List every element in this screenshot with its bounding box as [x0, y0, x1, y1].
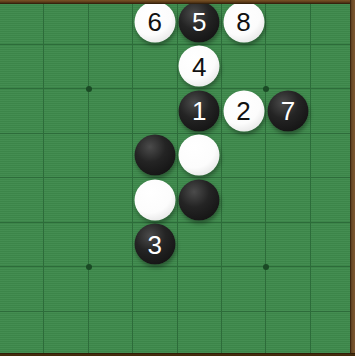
star-point	[86, 86, 92, 92]
disc-white-move-4: 4	[179, 46, 220, 87]
cell-b1[interactable]	[44, 0, 88, 45]
cell-b7[interactable]	[44, 267, 88, 312]
board-frame-top	[0, 0, 355, 4]
cell-f3[interactable]: 2	[222, 89, 266, 134]
cell-f8[interactable]	[222, 312, 266, 356]
cell-a4[interactable]	[0, 134, 44, 179]
cell-g3[interactable]: 7	[266, 89, 310, 134]
othello-board: 65841273	[0, 0, 355, 356]
cell-b4[interactable]	[44, 134, 88, 179]
cell-f2[interactable]	[222, 45, 266, 90]
cell-g7[interactable]	[266, 267, 310, 312]
cell-a5[interactable]	[0, 178, 44, 223]
disc-black-move-1: 1	[179, 90, 220, 131]
cell-d5[interactable]	[133, 178, 177, 223]
cell-g8[interactable]	[266, 312, 310, 356]
cell-g5[interactable]	[266, 178, 310, 223]
cell-a8[interactable]	[0, 312, 44, 356]
cell-b3[interactable]	[44, 89, 88, 134]
cell-b8[interactable]	[44, 312, 88, 356]
disc-black	[179, 179, 220, 220]
cell-f1[interactable]: 8	[222, 0, 266, 45]
cell-d8[interactable]	[133, 312, 177, 356]
cell-f6[interactable]	[222, 223, 266, 268]
cell-e8[interactable]	[178, 312, 222, 356]
cell-h4[interactable]	[311, 134, 355, 179]
star-point	[263, 264, 269, 270]
cell-h2[interactable]	[311, 45, 355, 90]
cell-c6[interactable]	[89, 223, 133, 268]
cell-g6[interactable]	[266, 223, 310, 268]
cell-e7[interactable]	[178, 267, 222, 312]
cell-e2[interactable]: 4	[178, 45, 222, 90]
cell-a6[interactable]	[0, 223, 44, 268]
cell-h8[interactable]	[311, 312, 355, 356]
cell-e3[interactable]: 1	[178, 89, 222, 134]
cell-c3[interactable]	[89, 89, 133, 134]
cell-a3[interactable]	[0, 89, 44, 134]
cell-a2[interactable]	[0, 45, 44, 90]
cell-f5[interactable]	[222, 178, 266, 223]
cell-b6[interactable]	[44, 223, 88, 268]
disc-black-move-3: 3	[134, 224, 175, 265]
cell-f4[interactable]	[222, 134, 266, 179]
star-point	[86, 264, 92, 270]
cell-h5[interactable]	[311, 178, 355, 223]
cell-c2[interactable]	[89, 45, 133, 90]
cell-d4[interactable]	[133, 134, 177, 179]
cell-g2[interactable]	[266, 45, 310, 90]
cell-h7[interactable]	[311, 267, 355, 312]
cell-g1[interactable]	[266, 0, 310, 45]
cell-d7[interactable]	[133, 267, 177, 312]
disc-black	[134, 135, 175, 176]
disc-white-move-6: 6	[134, 1, 175, 42]
disc-white-move-8: 8	[223, 1, 264, 42]
disc-black-move-7: 7	[267, 90, 308, 131]
cell-b5[interactable]	[44, 178, 88, 223]
cell-f7[interactable]	[222, 267, 266, 312]
cell-d2[interactable]	[133, 45, 177, 90]
board-frame-right	[350, 0, 355, 356]
cell-e1[interactable]: 5	[178, 0, 222, 45]
disc-black-move-5: 5	[179, 1, 220, 42]
cell-e6[interactable]	[178, 223, 222, 268]
cell-c4[interactable]	[89, 134, 133, 179]
cell-d1[interactable]: 6	[133, 0, 177, 45]
cell-c1[interactable]	[89, 0, 133, 45]
cell-b2[interactable]	[44, 45, 88, 90]
cell-e4[interactable]	[178, 134, 222, 179]
cell-d6[interactable]: 3	[133, 223, 177, 268]
cell-c7[interactable]	[89, 267, 133, 312]
othello-board-screenshot: 65841273	[0, 0, 355, 356]
cell-d3[interactable]	[133, 89, 177, 134]
cell-h6[interactable]	[311, 223, 355, 268]
cell-c5[interactable]	[89, 178, 133, 223]
star-point	[263, 86, 269, 92]
disc-white-move-2: 2	[223, 90, 264, 131]
disc-white	[179, 135, 220, 176]
cell-a1[interactable]	[0, 0, 44, 45]
cell-h3[interactable]	[311, 89, 355, 134]
cell-a7[interactable]	[0, 267, 44, 312]
cell-e5[interactable]	[178, 178, 222, 223]
cell-h1[interactable]	[311, 0, 355, 45]
cell-g4[interactable]	[266, 134, 310, 179]
disc-white	[134, 179, 175, 220]
cell-c8[interactable]	[89, 312, 133, 356]
